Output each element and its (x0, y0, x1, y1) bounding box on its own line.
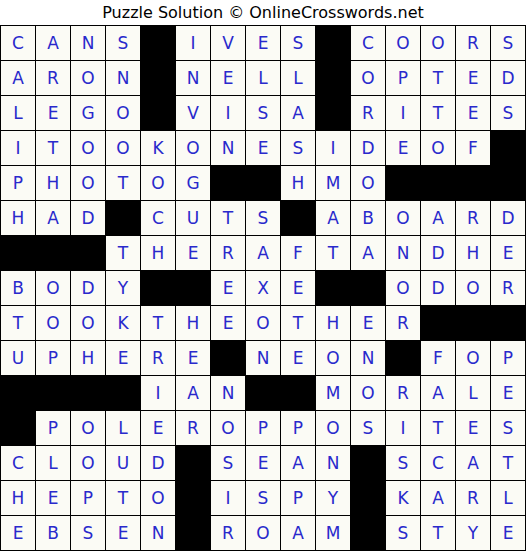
letter-cell: O (421, 26, 456, 61)
letter-cell: E (176, 341, 211, 376)
block-cell (351, 516, 386, 551)
block-cell (281, 201, 316, 236)
letter-cell: T (421, 61, 456, 96)
letter-cell: M (316, 516, 351, 551)
letter-cell: N (316, 446, 351, 481)
letter-cell: D (421, 271, 456, 306)
letter-cell: A (36, 26, 71, 61)
block-cell (456, 306, 491, 341)
letter-cell: S (246, 96, 281, 131)
letter-cell: H (141, 236, 176, 271)
letter-cell: A (421, 201, 456, 236)
letter-cell: R (351, 96, 386, 131)
letter-cell: A (1, 61, 36, 96)
letter-cell: D (71, 271, 106, 306)
letter-cell: T (106, 166, 141, 201)
letter-cell: S (351, 411, 386, 446)
letter-cell: T (1, 306, 36, 341)
block-cell (351, 271, 386, 306)
block-cell (71, 236, 106, 271)
letter-cell: R (456, 201, 491, 236)
letter-cell: A (176, 376, 211, 411)
letter-cell: E (246, 446, 281, 481)
letter-cell: D (491, 61, 526, 96)
block-cell (211, 166, 246, 201)
letter-cell: E (246, 131, 281, 166)
letter-cell: H (456, 236, 491, 271)
letter-cell: B (1, 271, 36, 306)
letter-cell: T (106, 236, 141, 271)
letter-cell: H (36, 166, 71, 201)
block-cell (36, 376, 71, 411)
letter-cell: H (1, 201, 36, 236)
letter-cell: A (421, 481, 456, 516)
letter-cell: O (106, 96, 141, 131)
letter-cell: N (71, 26, 106, 61)
letter-cell: B (36, 516, 71, 551)
letter-cell: E (491, 376, 526, 411)
letter-cell: A (351, 236, 386, 271)
letter-cell: E (456, 411, 491, 446)
letter-cell: C (1, 26, 36, 61)
letter-cell: T (421, 411, 456, 446)
letter-cell: E (106, 341, 141, 376)
letter-cell: P (1, 166, 36, 201)
letter-cell: O (141, 481, 176, 516)
letter-cell: R (456, 26, 491, 61)
letter-cell: N (211, 376, 246, 411)
letter-cell: D (71, 201, 106, 236)
letter-cell: E (351, 306, 386, 341)
letter-cell: Y (316, 481, 351, 516)
block-cell (491, 306, 526, 341)
letter-cell: E (211, 271, 246, 306)
letter-cell: M (316, 166, 351, 201)
block-cell (316, 61, 351, 96)
letter-cell: I (386, 411, 421, 446)
letter-cell: E (456, 61, 491, 96)
letter-cell: S (491, 96, 526, 131)
letter-cell: S (386, 516, 421, 551)
letter-cell: T (36, 131, 71, 166)
letter-cell: P (386, 61, 421, 96)
letter-cell: O (71, 131, 106, 166)
letter-cell: S (211, 446, 246, 481)
letter-cell: E (176, 236, 211, 271)
block-cell (456, 166, 491, 201)
block-cell (491, 166, 526, 201)
letter-cell: P (491, 341, 526, 376)
block-cell (246, 166, 281, 201)
letter-cell: S (71, 516, 106, 551)
letter-cell: P (246, 411, 281, 446)
letter-cell: I (386, 96, 421, 131)
letter-cell: C (141, 201, 176, 236)
letter-cell: O (36, 306, 71, 341)
letter-cell: A (316, 201, 351, 236)
letter-cell: G (71, 96, 106, 131)
letter-cell: U (1, 341, 36, 376)
letter-cell: P (281, 481, 316, 516)
letter-cell: R (491, 271, 526, 306)
letter-cell: O (71, 306, 106, 341)
letter-cell: O (456, 341, 491, 376)
letter-cell: U (106, 446, 141, 481)
letter-cell: E (281, 341, 316, 376)
letter-cell: E (386, 131, 421, 166)
letter-cell: L (36, 446, 71, 481)
letter-cell: E (211, 306, 246, 341)
letter-cell: K (106, 306, 141, 341)
letter-cell: H (1, 481, 36, 516)
block-cell (141, 271, 176, 306)
letter-cell: O (351, 376, 386, 411)
letter-cell: Y (106, 271, 141, 306)
letter-cell: E (281, 271, 316, 306)
letter-cell: T (491, 446, 526, 481)
title-bar: Puzzle Solution © OnlineCrosswords.net (0, 0, 526, 25)
letter-cell: L (281, 61, 316, 96)
letter-cell: E (491, 516, 526, 551)
letter-cell: N (176, 61, 211, 96)
letter-cell: O (71, 61, 106, 96)
block-cell (141, 96, 176, 131)
page-title: Puzzle Solution © OnlineCrosswords.net (102, 3, 424, 22)
letter-cell: S (106, 26, 141, 61)
letter-cell: I (211, 481, 246, 516)
letter-cell: O (351, 61, 386, 96)
letter-cell: P (36, 341, 71, 376)
letter-cell: N (106, 61, 141, 96)
letter-cell: V (211, 26, 246, 61)
letter-cell: R (386, 306, 421, 341)
letter-cell: R (211, 516, 246, 551)
letter-cell: F (456, 131, 491, 166)
letter-cell: I (141, 376, 176, 411)
letter-cell: S (246, 481, 281, 516)
block-cell (176, 516, 211, 551)
letter-cell: X (246, 271, 281, 306)
letter-cell: E (491, 236, 526, 271)
letter-cell: B (351, 201, 386, 236)
letter-cell: I (211, 96, 246, 131)
block-cell (141, 26, 176, 61)
letter-cell: L (106, 411, 141, 446)
letter-cell: C (1, 446, 36, 481)
letter-cell: E (456, 96, 491, 131)
letter-cell: R (141, 341, 176, 376)
letter-cell: E (36, 96, 71, 131)
block-cell (1, 376, 36, 411)
letter-cell: A (36, 201, 71, 236)
letter-cell: C (351, 26, 386, 61)
letter-cell: O (386, 26, 421, 61)
block-cell (351, 446, 386, 481)
letter-cell: C (421, 446, 456, 481)
block-cell (176, 481, 211, 516)
letter-cell: U (176, 201, 211, 236)
letter-cell: P (71, 481, 106, 516)
letter-cell: T (211, 201, 246, 236)
letter-cell: S (491, 26, 526, 61)
letter-cell: S (281, 131, 316, 166)
letter-cell: I (1, 131, 36, 166)
block-cell (106, 376, 141, 411)
letter-cell: K (141, 131, 176, 166)
block-cell (1, 236, 36, 271)
letter-cell: N (246, 341, 281, 376)
letter-cell: T (281, 306, 316, 341)
letter-cell: O (246, 516, 281, 551)
letter-cell: O (386, 201, 421, 236)
block-cell (176, 446, 211, 481)
letter-cell: V (176, 96, 211, 131)
letter-cell: H (71, 341, 106, 376)
letter-cell: A (281, 516, 316, 551)
letter-cell: N (386, 236, 421, 271)
letter-cell: P (36, 411, 71, 446)
letter-cell: O (351, 166, 386, 201)
letter-cell: L (456, 376, 491, 411)
block-cell (351, 481, 386, 516)
letter-cell: D (491, 201, 526, 236)
letter-cell: O (246, 306, 281, 341)
block-cell (106, 201, 141, 236)
letter-cell: F (281, 236, 316, 271)
letter-cell: A (421, 376, 456, 411)
letter-cell: E (141, 411, 176, 446)
crossword-board: CANSIVESCOORSARONNELLOPTEDLEGOVISARITESI… (0, 25, 526, 551)
block-cell (316, 271, 351, 306)
letter-cell: H (316, 306, 351, 341)
letter-cell: I (176, 26, 211, 61)
letter-cell: P (281, 411, 316, 446)
letter-cell: E (246, 26, 281, 61)
letter-cell: T (106, 481, 141, 516)
letter-cell: R (36, 61, 71, 96)
letter-cell: O (176, 131, 211, 166)
block-cell (491, 131, 526, 166)
letter-cell: G (176, 166, 211, 201)
letter-cell: E (36, 481, 71, 516)
letter-cell: D (421, 236, 456, 271)
letter-cell: O (71, 411, 106, 446)
block-cell (71, 376, 106, 411)
letter-cell: S (246, 201, 281, 236)
letter-cell: R (456, 481, 491, 516)
letter-cell: F (421, 341, 456, 376)
block-cell (421, 166, 456, 201)
letter-cell: M (316, 376, 351, 411)
letter-cell: L (1, 96, 36, 131)
letter-cell: N (141, 516, 176, 551)
block-cell (246, 376, 281, 411)
letter-cell: A (281, 446, 316, 481)
letter-cell: O (36, 271, 71, 306)
letter-cell: T (421, 516, 456, 551)
letter-cell: O (456, 271, 491, 306)
letter-cell: O (316, 341, 351, 376)
letter-cell: N (351, 341, 386, 376)
letter-cell: D (141, 446, 176, 481)
letter-cell: O (421, 131, 456, 166)
block-cell (1, 411, 36, 446)
letter-cell: A (281, 96, 316, 131)
letter-cell: O (141, 166, 176, 201)
block-cell (421, 306, 456, 341)
letter-cell: A (246, 236, 281, 271)
letter-cell: O (316, 411, 351, 446)
letter-cell: T (421, 96, 456, 131)
letter-cell: T (141, 306, 176, 341)
letter-cell: H (281, 166, 316, 201)
letter-cell: R (176, 411, 211, 446)
letter-cell: E (1, 516, 36, 551)
letter-cell: S (491, 411, 526, 446)
block-cell (316, 96, 351, 131)
block-cell (316, 26, 351, 61)
letter-cell: D (351, 131, 386, 166)
letter-cell: H (176, 306, 211, 341)
letter-cell: R (386, 376, 421, 411)
block-cell (211, 341, 246, 376)
letter-cell: L (491, 481, 526, 516)
letter-cell: O (106, 131, 141, 166)
block-cell (281, 376, 316, 411)
letter-cell: K (386, 481, 421, 516)
letter-cell: A (456, 446, 491, 481)
letter-cell: E (106, 516, 141, 551)
block-cell (141, 61, 176, 96)
letter-cell: O (211, 411, 246, 446)
letter-cell: S (386, 446, 421, 481)
letter-cell: S (281, 26, 316, 61)
letter-cell: N (211, 131, 246, 166)
letter-cell: L (246, 61, 281, 96)
letter-cell: I (316, 131, 351, 166)
block-cell (386, 166, 421, 201)
letter-cell: R (211, 236, 246, 271)
letter-cell: T (316, 236, 351, 271)
block-cell (386, 341, 421, 376)
letter-cell: E (211, 61, 246, 96)
letter-cell: Y (456, 516, 491, 551)
letter-cell: O (71, 446, 106, 481)
letter-cell: O (386, 271, 421, 306)
block-cell (36, 236, 71, 271)
block-cell (176, 271, 211, 306)
letter-cell: O (71, 166, 106, 201)
